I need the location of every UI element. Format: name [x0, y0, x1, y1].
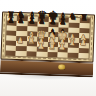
chess-set: ♜♞♝♛♚♝♞♜♟♟♟♟♟♟♟♟♝♛♞♚♟♟♟♜♟♞♟♝♟♟♜♟: [0, 11, 95, 77]
square-g1: [68, 53, 79, 58]
brass-clasp-icon: [58, 64, 65, 69]
board-border: [1, 12, 94, 61]
square-b1: [16, 51, 27, 56]
square-a1: [6, 51, 17, 56]
product-photo: ♜♞♝♛♚♝♞♜♟♟♟♟♟♟♟♟♝♛♞♚♟♟♟♜♟♞♟♝♟♟♜♟: [0, 0, 96, 96]
box-front-edge: [0, 59, 93, 77]
board-grid: [6, 16, 90, 59]
square-d1: [37, 52, 48, 57]
square-e1: [47, 52, 58, 57]
square-f1: [57, 52, 68, 57]
square-c1: [26, 51, 37, 56]
square-h1: [78, 53, 89, 58]
board-frame: [0, 11, 95, 62]
